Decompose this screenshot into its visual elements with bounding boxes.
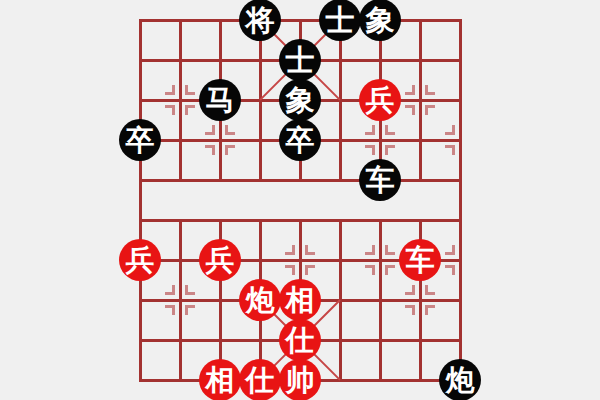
point-marker <box>305 265 315 275</box>
grid-line <box>419 19 422 182</box>
grid-line <box>179 219 182 382</box>
piece-red-elephant[interactable]: 相 <box>279 279 321 321</box>
piece-red-cannon[interactable]: 炮 <box>239 279 281 321</box>
point-marker <box>445 265 455 275</box>
point-marker <box>305 245 315 255</box>
point-marker <box>445 125 455 135</box>
point-marker <box>405 85 415 95</box>
point-marker <box>425 285 435 295</box>
xiangqi-screen: 将士象士马象兵卒卒车兵兵车炮相仕相仕帅炮 <box>0 0 600 400</box>
piece-red-soldier[interactable]: 兵 <box>119 239 161 281</box>
point-marker <box>425 85 435 95</box>
grid-line <box>139 19 142 382</box>
piece-black-advisor[interactable]: 士 <box>279 39 321 81</box>
piece-black-general[interactable]: 将 <box>239 0 281 41</box>
point-marker <box>285 245 295 255</box>
point-marker <box>365 125 375 135</box>
point-marker <box>445 145 455 155</box>
point-marker <box>385 265 395 275</box>
point-marker <box>425 105 435 115</box>
point-marker <box>405 105 415 115</box>
point-marker <box>185 105 195 115</box>
point-marker <box>185 285 195 295</box>
point-marker <box>385 125 395 135</box>
point-marker <box>285 265 295 275</box>
grid-line <box>179 19 182 182</box>
point-marker <box>365 265 375 275</box>
piece-red-general[interactable]: 帅 <box>279 359 321 400</box>
piece-red-elephant[interactable]: 相 <box>199 359 241 400</box>
piece-black-horse[interactable]: 马 <box>199 79 241 121</box>
xiangqi-board[interactable]: 将士象士马象兵卒卒车兵兵车炮相仕相仕帅炮 <box>0 0 600 400</box>
point-marker <box>405 305 415 315</box>
piece-black-cannon[interactable]: 炮 <box>439 359 481 400</box>
piece-black-soldier[interactable]: 卒 <box>279 119 321 161</box>
point-marker <box>165 85 175 95</box>
point-marker <box>385 145 395 155</box>
point-marker <box>405 285 415 295</box>
piece-black-elephant[interactable]: 象 <box>359 0 401 41</box>
piece-red-soldier[interactable]: 兵 <box>199 239 241 281</box>
point-marker <box>165 305 175 315</box>
point-marker <box>205 145 215 155</box>
point-marker <box>365 245 375 255</box>
point-marker <box>445 245 455 255</box>
piece-red-advisor[interactable]: 仕 <box>239 359 281 400</box>
point-marker <box>205 125 215 135</box>
piece-black-elephant[interactable]: 象 <box>279 79 321 121</box>
piece-black-advisor[interactable]: 士 <box>319 0 361 41</box>
point-marker <box>185 85 195 95</box>
piece-red-soldier[interactable]: 兵 <box>359 79 401 121</box>
point-marker <box>225 125 235 135</box>
grid-line <box>459 19 462 382</box>
grid-line <box>379 219 382 382</box>
piece-red-advisor[interactable]: 仕 <box>279 319 321 361</box>
piece-red-chariot[interactable]: 车 <box>399 239 441 281</box>
piece-black-chariot[interactable]: 车 <box>359 159 401 201</box>
point-marker <box>165 285 175 295</box>
grid-line <box>339 19 342 182</box>
point-marker <box>225 145 235 155</box>
point-marker <box>425 305 435 315</box>
point-marker <box>365 145 375 155</box>
point-marker <box>165 105 175 115</box>
point-marker <box>185 305 195 315</box>
piece-black-soldier[interactable]: 卒 <box>119 119 161 161</box>
point-marker <box>385 245 395 255</box>
